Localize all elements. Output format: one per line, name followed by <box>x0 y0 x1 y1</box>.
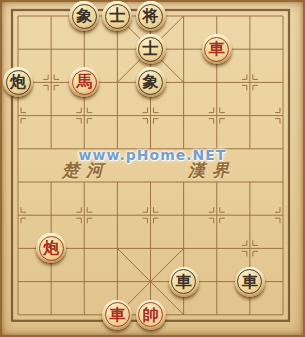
black-advisor-glyph: 士 <box>109 8 125 24</box>
piece-black-advisor-f5r2[interactable]: 士 <box>136 34 166 64</box>
red-horse-glyph: 馬 <box>76 74 92 90</box>
black-chariot-glyph: 車 <box>242 273 258 289</box>
piece-black-elephant-f5r3[interactable]: 象 <box>136 67 166 97</box>
piece-red-general-f5r10[interactable]: 帥 <box>136 300 166 330</box>
black-elephant-glyph: 象 <box>143 74 159 90</box>
red-cannon-glyph: 炮 <box>43 240 59 256</box>
black-chariot-glyph: 車 <box>176 273 192 289</box>
red-chariot-glyph: 車 <box>209 41 225 57</box>
piece-black-general-f5r1[interactable]: 将 <box>136 1 166 31</box>
piece-red-chariot-f7r2[interactable]: 車 <box>202 34 232 64</box>
red-general-glyph: 帥 <box>143 306 159 322</box>
black-elephant-glyph: 象 <box>76 8 92 24</box>
piece-black-chariot-f6r9[interactable]: 車 <box>169 267 199 297</box>
piece-black-chariot-f8r9[interactable]: 車 <box>235 267 265 297</box>
piece-red-chariot-f4r10[interactable]: 車 <box>102 300 132 330</box>
black-general-glyph: 将 <box>143 8 159 24</box>
xiangqi-app-window: 楚河 漢界 www.pHome.NET 象士将士車炮馬象炮車車車帥 <box>0 0 305 337</box>
red-chariot-glyph: 車 <box>109 306 125 322</box>
black-cannon-glyph: 炮 <box>10 74 26 90</box>
black-advisor-glyph: 士 <box>143 41 159 57</box>
